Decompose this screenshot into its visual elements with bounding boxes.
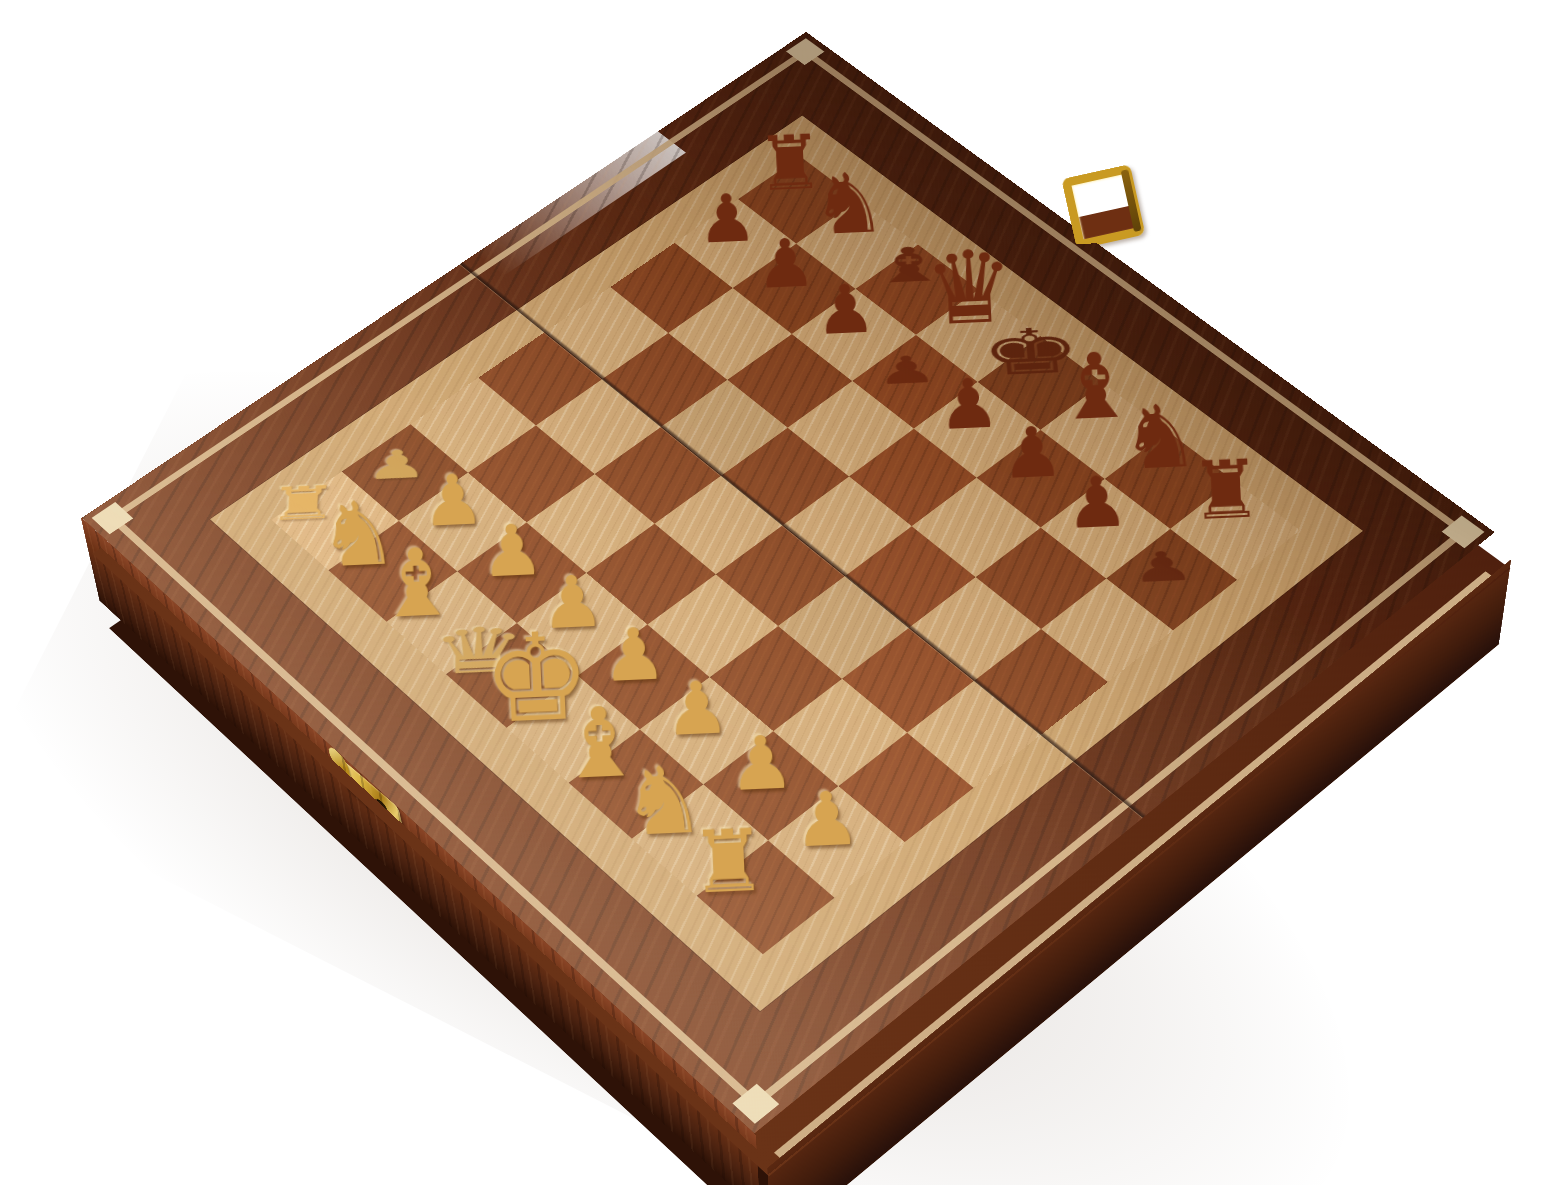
black-pawn: ♟ [1128,545,1196,589]
brass-latch-loop [1061,164,1145,250]
chess-box-scene: ♜♞♝♛♚♝♞♜♟♟♟♟♟♟♟♟♟♟♟♟♟♟♟♟♜♞♝♛♚♝♞♜ [262,4,1305,1047]
product-photo-stage: ♜♞♝♛♚♝♞♜♟♟♟♟♟♟♟♟♟♟♟♟♟♟♟♟♜♞♝♛♚♝♞♜ [0,0,1554,1185]
tilted-box: ♜♞♝♛♚♝♞♜♟♟♟♟♟♟♟♟♟♟♟♟♟♟♟♟♜♞♝♛♚♝♞♜ [82,32,1495,1134]
white-pawn: ♟ [365,444,428,486]
camera-roll-wrapper: ♜♞♝♛♚♝♞♜♟♟♟♟♟♟♟♟♟♟♟♟♟♟♟♟♜♞♝♛♚♝♞♜ [0,0,1554,1185]
box-lid-top: ♜♞♝♛♚♝♞♜♟♟♟♟♟♟♟♟♟♟♟♟♟♟♟♟♜♞♝♛♚♝♞♜ [82,32,1495,1134]
